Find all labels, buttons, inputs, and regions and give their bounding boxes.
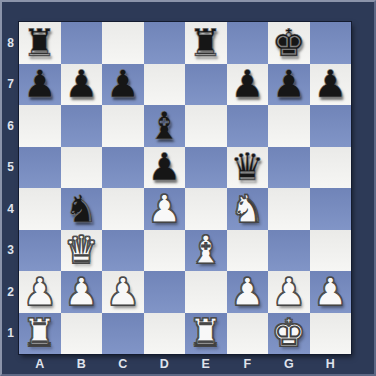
square-g1[interactable]: ♚ [268,313,310,355]
square-a7[interactable]: ♟ [19,64,61,106]
square-b1[interactable] [61,313,103,355]
square-e4[interactable] [185,188,227,230]
rank-label-5: 5 [2,147,19,189]
white-king[interactable]: ♚ [272,314,306,352]
white-pawn[interactable]: ♟ [313,273,347,311]
square-e6[interactable] [185,105,227,147]
square-b2[interactable]: ♟ [61,271,103,313]
square-b7[interactable]: ♟ [61,64,103,106]
square-h1[interactable] [310,313,352,355]
square-g2[interactable]: ♟ [268,271,310,313]
square-c7[interactable]: ♟ [102,64,144,106]
square-f7[interactable]: ♟ [227,64,269,106]
rank-label-8: 8 [2,22,19,64]
black-pawn[interactable]: ♟ [106,65,140,103]
file-label-c: C [102,354,144,374]
white-pawn[interactable]: ♟ [230,273,264,311]
square-e5[interactable] [185,147,227,189]
square-a3[interactable] [19,230,61,272]
white-pawn[interactable]: ♟ [23,273,57,311]
chess-board: ♜♜♚♟♟♟♟♟♟♝♟♛♞♟♞♛♝♟♟♟♟♟♟♜♜♚ [19,22,351,354]
square-d7[interactable] [144,64,186,106]
square-e1[interactable]: ♜ [185,313,227,355]
square-a6[interactable] [19,105,61,147]
white-rook[interactable]: ♜ [23,314,57,352]
black-rook[interactable]: ♜ [189,24,223,62]
square-c1[interactable] [102,313,144,355]
white-rook[interactable]: ♜ [189,314,223,352]
square-f3[interactable] [227,230,269,272]
white-bishop[interactable]: ♝ [189,231,223,269]
rank-label-3: 3 [2,230,19,272]
rank-label-1: 1 [2,313,19,355]
chess-board-frame: 87654321 ♜♜♚♟♟♟♟♟♟♝♟♛♞♟♞♛♝♟♟♟♟♟♟♜♜♚ ABCD… [0,0,376,376]
square-a2[interactable]: ♟ [19,271,61,313]
square-b5[interactable] [61,147,103,189]
square-g8[interactable]: ♚ [268,22,310,64]
square-g4[interactable] [268,188,310,230]
white-pawn[interactable]: ♟ [147,190,181,228]
square-a4[interactable] [19,188,61,230]
square-f1[interactable] [227,313,269,355]
square-c8[interactable] [102,22,144,64]
rank-label-2: 2 [2,271,19,313]
square-a5[interactable] [19,147,61,189]
square-h4[interactable] [310,188,352,230]
black-king[interactable]: ♚ [272,24,306,62]
square-d4[interactable]: ♟ [144,188,186,230]
square-h8[interactable] [310,22,352,64]
square-f2[interactable]: ♟ [227,271,269,313]
rank-label-6: 6 [2,105,19,147]
black-bishop[interactable]: ♝ [147,107,181,145]
black-pawn[interactable]: ♟ [230,65,264,103]
square-h6[interactable] [310,105,352,147]
square-f4[interactable]: ♞ [227,188,269,230]
white-pawn[interactable]: ♟ [64,273,98,311]
square-d3[interactable] [144,230,186,272]
file-labels: ABCDEFGH [19,354,351,374]
black-pawn[interactable]: ♟ [147,148,181,186]
square-h3[interactable] [310,230,352,272]
square-h2[interactable]: ♟ [310,271,352,313]
square-f8[interactable] [227,22,269,64]
white-pawn[interactable]: ♟ [272,273,306,311]
rank-label-4: 4 [2,188,19,230]
black-pawn[interactable]: ♟ [23,65,57,103]
square-a1[interactable]: ♜ [19,313,61,355]
file-label-b: B [61,354,103,374]
white-pawn[interactable]: ♟ [106,273,140,311]
square-d5[interactable]: ♟ [144,147,186,189]
black-rook[interactable]: ♜ [23,24,57,62]
black-pawn[interactable]: ♟ [64,65,98,103]
square-h7[interactable]: ♟ [310,64,352,106]
file-label-g: G [268,354,310,374]
file-label-e: E [185,354,227,374]
square-c4[interactable] [102,188,144,230]
square-e8[interactable]: ♜ [185,22,227,64]
square-d2[interactable] [144,271,186,313]
square-e3[interactable]: ♝ [185,230,227,272]
black-pawn[interactable]: ♟ [313,65,347,103]
file-label-f: F [227,354,269,374]
square-d8[interactable] [144,22,186,64]
square-f6[interactable] [227,105,269,147]
black-queen[interactable]: ♛ [230,148,264,186]
square-c6[interactable] [102,105,144,147]
square-g7[interactable]: ♟ [268,64,310,106]
square-c5[interactable] [102,147,144,189]
square-f5[interactable]: ♛ [227,147,269,189]
rank-labels: 87654321 [2,22,19,354]
square-d6[interactable]: ♝ [144,105,186,147]
file-label-d: D [144,354,186,374]
square-h5[interactable] [310,147,352,189]
square-g5[interactable] [268,147,310,189]
file-label-h: H [310,354,352,374]
square-a8[interactable]: ♜ [19,22,61,64]
file-label-a: A [19,354,61,374]
square-b6[interactable] [61,105,103,147]
square-e7[interactable] [185,64,227,106]
rank-label-7: 7 [2,64,19,106]
white-knight[interactable]: ♞ [230,190,264,228]
square-g6[interactable] [268,105,310,147]
square-d1[interactable] [144,313,186,355]
square-b3[interactable]: ♛ [61,230,103,272]
square-c2[interactable]: ♟ [102,271,144,313]
black-pawn[interactable]: ♟ [272,65,306,103]
black-knight[interactable]: ♞ [64,190,98,228]
square-e2[interactable] [185,271,227,313]
square-g3[interactable] [268,230,310,272]
square-c3[interactable] [102,230,144,272]
square-b8[interactable] [61,22,103,64]
square-b4[interactable]: ♞ [61,188,103,230]
white-queen[interactable]: ♛ [64,231,98,269]
